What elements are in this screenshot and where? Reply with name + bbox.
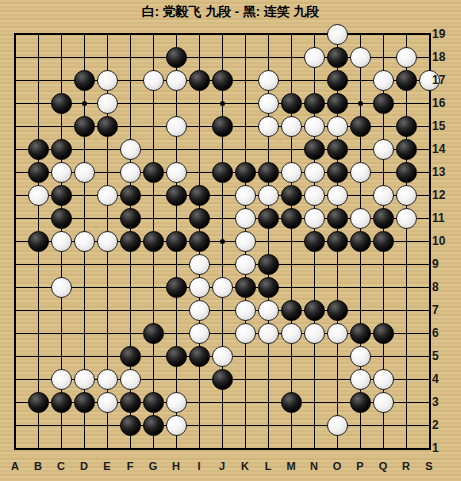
white-stone[interactable] bbox=[74, 231, 95, 252]
white-stone[interactable] bbox=[304, 323, 325, 344]
white-stone[interactable] bbox=[189, 254, 210, 275]
black-stone[interactable] bbox=[373, 231, 394, 252]
white-stone[interactable] bbox=[281, 162, 302, 183]
white-stone[interactable] bbox=[143, 70, 164, 91]
white-stone[interactable] bbox=[166, 415, 187, 436]
black-stone[interactable] bbox=[327, 162, 348, 183]
black-stone[interactable] bbox=[327, 70, 348, 91]
white-stone[interactable] bbox=[166, 116, 187, 137]
white-stone[interactable] bbox=[350, 162, 371, 183]
black-stone[interactable] bbox=[327, 208, 348, 229]
go-board: 白: 党毅飞 九段 - 黑: 连笑 九段 ABCDEFGHIJKLMNOPQRS… bbox=[0, 0, 461, 481]
row-label-10: 10 bbox=[432, 234, 452, 248]
row-label-18: 18 bbox=[432, 50, 452, 64]
column-label-G: G bbox=[145, 460, 161, 472]
black-stone[interactable] bbox=[304, 300, 325, 321]
column-label-O: O bbox=[329, 460, 345, 472]
white-stone[interactable] bbox=[97, 392, 118, 413]
black-stone[interactable] bbox=[281, 392, 302, 413]
black-stone[interactable] bbox=[166, 47, 187, 68]
black-stone[interactable] bbox=[143, 415, 164, 436]
row-label-4: 4 bbox=[432, 372, 452, 386]
white-stone[interactable] bbox=[74, 162, 95, 183]
black-stone[interactable] bbox=[212, 116, 233, 137]
black-stone[interactable] bbox=[166, 346, 187, 367]
black-stone[interactable] bbox=[235, 162, 256, 183]
row-label-13: 13 bbox=[432, 165, 452, 179]
row-label-5: 5 bbox=[432, 349, 452, 363]
black-stone[interactable] bbox=[327, 93, 348, 114]
white-stone[interactable] bbox=[235, 231, 256, 252]
white-stone[interactable] bbox=[258, 323, 279, 344]
column-label-F: F bbox=[122, 460, 138, 472]
column-label-I: I bbox=[191, 460, 207, 472]
white-stone[interactable] bbox=[350, 47, 371, 68]
black-stone[interactable] bbox=[235, 277, 256, 298]
white-stone[interactable] bbox=[304, 162, 325, 183]
white-stone[interactable] bbox=[235, 323, 256, 344]
black-stone[interactable] bbox=[166, 231, 187, 252]
white-stone[interactable] bbox=[304, 185, 325, 206]
white-stone[interactable] bbox=[189, 277, 210, 298]
black-stone[interactable] bbox=[304, 93, 325, 114]
black-stone[interactable] bbox=[28, 162, 49, 183]
black-stone[interactable] bbox=[28, 231, 49, 252]
white-stone[interactable] bbox=[350, 369, 371, 390]
white-stone[interactable] bbox=[327, 415, 348, 436]
white-stone[interactable] bbox=[258, 300, 279, 321]
white-stone[interactable] bbox=[189, 323, 210, 344]
column-label-L: L bbox=[260, 460, 276, 472]
column-label-E: E bbox=[99, 460, 115, 472]
black-stone[interactable] bbox=[258, 277, 279, 298]
row-label-1: 1 bbox=[432, 441, 452, 455]
white-stone[interactable] bbox=[304, 116, 325, 137]
black-stone[interactable] bbox=[97, 116, 118, 137]
row-label-9: 9 bbox=[432, 257, 452, 271]
black-stone[interactable] bbox=[212, 162, 233, 183]
white-stone[interactable] bbox=[212, 346, 233, 367]
white-stone[interactable] bbox=[258, 116, 279, 137]
row-label-6: 6 bbox=[432, 326, 452, 340]
white-stone[interactable] bbox=[120, 162, 141, 183]
white-stone[interactable] bbox=[212, 277, 233, 298]
row-label-16: 16 bbox=[432, 96, 452, 110]
column-label-A: A bbox=[7, 460, 23, 472]
black-stone[interactable] bbox=[166, 185, 187, 206]
white-stone[interactable] bbox=[166, 70, 187, 91]
column-label-M: M bbox=[283, 460, 299, 472]
white-stone[interactable] bbox=[97, 70, 118, 91]
black-stone[interactable] bbox=[212, 70, 233, 91]
black-stone[interactable] bbox=[189, 346, 210, 367]
game-title: 白: 党毅飞 九段 - 黑: 连笑 九段 bbox=[0, 3, 461, 21]
row-label-17: 17 bbox=[432, 73, 452, 87]
white-stone[interactable] bbox=[235, 208, 256, 229]
white-stone[interactable] bbox=[373, 392, 394, 413]
black-stone[interactable] bbox=[281, 300, 302, 321]
row-label-15: 15 bbox=[432, 119, 452, 133]
black-stone[interactable] bbox=[74, 116, 95, 137]
black-stone[interactable] bbox=[350, 116, 371, 137]
white-stone[interactable] bbox=[74, 369, 95, 390]
white-stone[interactable] bbox=[373, 369, 394, 390]
black-stone[interactable] bbox=[28, 392, 49, 413]
white-stone[interactable] bbox=[350, 346, 371, 367]
column-label-B: B bbox=[30, 460, 46, 472]
white-stone[interactable] bbox=[189, 300, 210, 321]
black-stone[interactable] bbox=[396, 70, 417, 91]
white-stone[interactable] bbox=[373, 185, 394, 206]
row-label-7: 7 bbox=[432, 303, 452, 317]
white-stone[interactable] bbox=[97, 231, 118, 252]
row-label-12: 12 bbox=[432, 188, 452, 202]
black-stone[interactable] bbox=[189, 185, 210, 206]
black-stone[interactable] bbox=[258, 162, 279, 183]
row-label-11: 11 bbox=[432, 211, 452, 225]
black-stone[interactable] bbox=[189, 70, 210, 91]
black-stone[interactable] bbox=[143, 162, 164, 183]
white-stone[interactable] bbox=[327, 24, 348, 45]
black-stone[interactable] bbox=[281, 93, 302, 114]
white-stone[interactable] bbox=[350, 208, 371, 229]
row-label-19: 19 bbox=[432, 27, 452, 41]
white-stone[interactable] bbox=[235, 300, 256, 321]
white-stone[interactable] bbox=[304, 208, 325, 229]
white-stone[interactable] bbox=[97, 369, 118, 390]
white-stone[interactable] bbox=[327, 116, 348, 137]
black-stone[interactable] bbox=[143, 323, 164, 344]
black-stone[interactable] bbox=[74, 392, 95, 413]
black-stone[interactable] bbox=[120, 392, 141, 413]
white-stone[interactable] bbox=[51, 162, 72, 183]
black-stone[interactable] bbox=[327, 300, 348, 321]
column-label-N: N bbox=[306, 460, 322, 472]
white-stone[interactable] bbox=[396, 185, 417, 206]
black-stone[interactable] bbox=[258, 208, 279, 229]
black-stone[interactable] bbox=[373, 93, 394, 114]
column-label-K: K bbox=[237, 460, 253, 472]
black-stone[interactable] bbox=[28, 139, 49, 160]
white-stone[interactable] bbox=[235, 185, 256, 206]
black-stone[interactable] bbox=[258, 254, 279, 275]
black-stone[interactable] bbox=[51, 392, 72, 413]
column-label-Q: Q bbox=[375, 460, 391, 472]
white-stone[interactable] bbox=[97, 93, 118, 114]
white-stone[interactable] bbox=[51, 277, 72, 298]
white-stone[interactable] bbox=[166, 392, 187, 413]
black-stone[interactable] bbox=[327, 139, 348, 160]
black-stone[interactable] bbox=[212, 369, 233, 390]
black-stone[interactable] bbox=[327, 231, 348, 252]
black-stone[interactable] bbox=[51, 139, 72, 160]
white-stone[interactable] bbox=[327, 323, 348, 344]
white-stone[interactable] bbox=[373, 139, 394, 160]
black-stone[interactable] bbox=[396, 162, 417, 183]
black-stone[interactable] bbox=[51, 93, 72, 114]
white-stone[interactable] bbox=[396, 47, 417, 68]
black-stone[interactable] bbox=[373, 323, 394, 344]
black-stone[interactable] bbox=[281, 185, 302, 206]
black-stone[interactable] bbox=[120, 346, 141, 367]
black-stone[interactable] bbox=[350, 323, 371, 344]
column-label-R: R bbox=[398, 460, 414, 472]
black-stone[interactable] bbox=[51, 208, 72, 229]
black-stone[interactable] bbox=[166, 277, 187, 298]
black-stone[interactable] bbox=[304, 139, 325, 160]
black-stone[interactable] bbox=[189, 208, 210, 229]
white-stone[interactable] bbox=[28, 185, 49, 206]
column-label-H: H bbox=[168, 460, 184, 472]
white-stone[interactable] bbox=[327, 185, 348, 206]
row-label-14: 14 bbox=[432, 142, 452, 156]
black-stone[interactable] bbox=[327, 47, 348, 68]
black-stone[interactable] bbox=[396, 116, 417, 137]
white-stone[interactable] bbox=[97, 185, 118, 206]
white-stone[interactable] bbox=[281, 323, 302, 344]
column-label-J: J bbox=[214, 460, 230, 472]
row-label-2: 2 bbox=[432, 418, 452, 432]
black-stone[interactable] bbox=[189, 231, 210, 252]
white-stone[interactable] bbox=[304, 47, 325, 68]
black-stone[interactable] bbox=[51, 185, 72, 206]
white-stone[interactable] bbox=[120, 369, 141, 390]
black-stone[interactable] bbox=[373, 208, 394, 229]
white-stone[interactable] bbox=[281, 116, 302, 137]
black-stone[interactable] bbox=[120, 185, 141, 206]
black-stone[interactable] bbox=[74, 70, 95, 91]
row-label-3: 3 bbox=[432, 395, 452, 409]
black-stone[interactable] bbox=[143, 392, 164, 413]
white-stone[interactable] bbox=[396, 208, 417, 229]
column-label-S: S bbox=[421, 460, 437, 472]
white-stone[interactable] bbox=[258, 70, 279, 91]
black-stone[interactable] bbox=[350, 392, 371, 413]
column-label-C: C bbox=[53, 460, 69, 472]
white-stone[interactable] bbox=[235, 254, 256, 275]
row-label-8: 8 bbox=[432, 280, 452, 294]
black-stone[interactable] bbox=[120, 231, 141, 252]
black-stone[interactable] bbox=[120, 208, 141, 229]
white-stone[interactable] bbox=[258, 93, 279, 114]
column-label-D: D bbox=[76, 460, 92, 472]
white-stone[interactable] bbox=[258, 185, 279, 206]
white-stone[interactable] bbox=[51, 231, 72, 252]
white-stone[interactable] bbox=[373, 70, 394, 91]
black-stone[interactable] bbox=[350, 231, 371, 252]
white-stone[interactable] bbox=[51, 369, 72, 390]
black-stone[interactable] bbox=[120, 415, 141, 436]
white-stone[interactable] bbox=[166, 162, 187, 183]
black-stone[interactable] bbox=[143, 231, 164, 252]
black-stone[interactable] bbox=[304, 231, 325, 252]
black-stone[interactable] bbox=[396, 139, 417, 160]
column-label-P: P bbox=[352, 460, 368, 472]
black-stone[interactable] bbox=[281, 208, 302, 229]
white-stone[interactable] bbox=[120, 139, 141, 160]
stones-layer[interactable] bbox=[4, 23, 441, 460]
